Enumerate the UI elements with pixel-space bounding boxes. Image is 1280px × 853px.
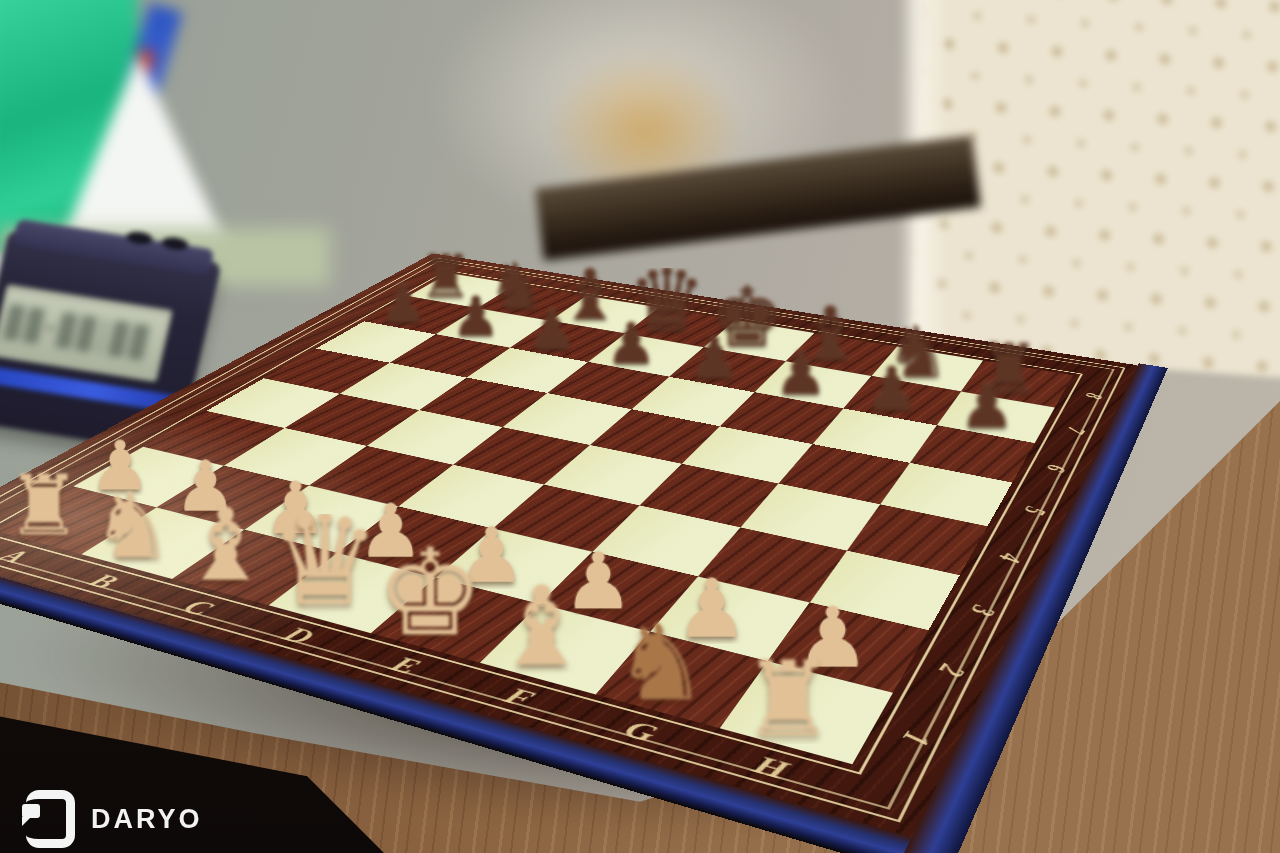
white-knight-b1: ♞: [81, 468, 184, 569]
white-bishop-c1: ♝: [173, 490, 279, 594]
black-pawn-g7: ♟: [849, 336, 934, 419]
white-knight-g1: ♞: [601, 595, 721, 712]
black-pawn-d7: ♟: [591, 294, 671, 372]
black-pawn-h7: ♟: [943, 351, 1030, 436]
daryo-logo-icon: [26, 790, 75, 848]
clock-digits-blurred: [0, 293, 163, 373]
photo-scene: ♜♞♝♛♚♝♞♜♟♟♟♟♟♟♟♟♟♟♟♟♟♟♟♟♜♞♝♛♚♝♞♜ ABCDEFG…: [0, 0, 1280, 853]
white-bishop-f1: ♝: [484, 566, 600, 680]
white-queen-d1: ♛: [270, 514, 379, 621]
black-pawn-b7: ♟: [438, 269, 514, 344]
daryo-logo-text: DARYO: [91, 804, 203, 835]
daryo-watermark: DARYO: [26, 790, 203, 848]
black-pawn-c7: ♟: [513, 281, 591, 357]
black-pawn-f7: ♟: [759, 321, 842, 402]
black-pawn-a7: ♟: [366, 257, 441, 330]
white-rook-h1: ♜: [727, 626, 851, 747]
black-pawn-e7: ♟: [673, 307, 754, 387]
white-king-e1: ♚: [374, 539, 487, 649]
